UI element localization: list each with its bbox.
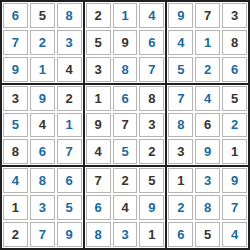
box-4: 392541867 [2, 85, 83, 166]
cell-r5c5[interactable]: 7 [113, 113, 138, 138]
cell-r3c6[interactable]: 7 [139, 57, 164, 82]
cell-r2c5[interactable]: 9 [113, 30, 138, 55]
cell-r5c8[interactable]: 6 [195, 113, 220, 138]
cell-r8c8[interactable]: 8 [195, 195, 220, 220]
cell-r8c3[interactable]: 5 [57, 195, 82, 220]
box-3: 973418526 [167, 2, 248, 83]
cell-r3c5[interactable]: 8 [113, 57, 138, 82]
cell-r9c7[interactable]: 6 [168, 222, 193, 247]
cell-r7c6[interactable]: 5 [139, 168, 164, 193]
cell-r4c3[interactable]: 2 [57, 86, 82, 111]
box-8: 725649831 [85, 167, 166, 248]
cell-r9c6[interactable]: 1 [139, 222, 164, 247]
cell-r9c2[interactable]: 7 [30, 222, 55, 247]
cell-r5c3[interactable]: 1 [57, 113, 82, 138]
cell-r6c7[interactable]: 3 [168, 139, 193, 164]
cell-r6c3[interactable]: 7 [57, 139, 82, 164]
cell-r3c3[interactable]: 4 [57, 57, 82, 82]
cell-r7c1[interactable]: 4 [3, 168, 28, 193]
cell-r5c6[interactable]: 3 [139, 113, 164, 138]
cell-r3c2[interactable]: 1 [30, 57, 55, 82]
cell-r4c1[interactable]: 3 [3, 86, 28, 111]
cell-r1c5[interactable]: 1 [113, 3, 138, 28]
cell-r4c8[interactable]: 4 [195, 86, 220, 111]
cell-r8c4[interactable]: 6 [86, 195, 111, 220]
cell-r2c4[interactable]: 5 [86, 30, 111, 55]
cell-r9c1[interactable]: 2 [3, 222, 28, 247]
box-6: 745862391 [167, 85, 248, 166]
cell-r7c7[interactable]: 1 [168, 168, 193, 193]
cell-r7c8[interactable]: 3 [195, 168, 220, 193]
cell-r1c4[interactable]: 2 [86, 3, 111, 28]
cell-r1c7[interactable]: 9 [168, 3, 193, 28]
cell-r2c7[interactable]: 4 [168, 30, 193, 55]
cell-r7c2[interactable]: 8 [30, 168, 55, 193]
cell-r1c9[interactable]: 3 [222, 3, 247, 28]
cell-r7c3[interactable]: 6 [57, 168, 82, 193]
cell-r2c6[interactable]: 6 [139, 30, 164, 55]
cell-r9c5[interactable]: 3 [113, 222, 138, 247]
cell-r9c4[interactable]: 8 [86, 222, 111, 247]
cell-r1c2[interactable]: 5 [30, 3, 55, 28]
cell-r1c6[interactable]: 4 [139, 3, 164, 28]
cell-r9c3[interactable]: 9 [57, 222, 82, 247]
cell-r6c1[interactable]: 8 [3, 139, 28, 164]
cell-r5c9[interactable]: 2 [222, 113, 247, 138]
cell-r8c5[interactable]: 4 [113, 195, 138, 220]
cell-r8c9[interactable]: 7 [222, 195, 247, 220]
cell-r8c2[interactable]: 3 [30, 195, 55, 220]
cell-r4c7[interactable]: 7 [168, 86, 193, 111]
cell-r4c6[interactable]: 8 [139, 86, 164, 111]
cell-r7c4[interactable]: 7 [86, 168, 111, 193]
cell-r1c3[interactable]: 8 [57, 3, 82, 28]
box-2: 214596387 [85, 2, 166, 83]
box-5: 168973452 [85, 85, 166, 166]
cell-r4c4[interactable]: 1 [86, 86, 111, 111]
cell-r8c6[interactable]: 9 [139, 195, 164, 220]
cell-r7c9[interactable]: 9 [222, 168, 247, 193]
cell-r2c1[interactable]: 7 [3, 30, 28, 55]
cell-r9c8[interactable]: 5 [195, 222, 220, 247]
cell-r3c9[interactable]: 6 [222, 57, 247, 82]
box-9: 139287654 [167, 167, 248, 248]
cell-r5c7[interactable]: 8 [168, 113, 193, 138]
cell-r3c4[interactable]: 3 [86, 57, 111, 82]
cell-r4c9[interactable]: 5 [222, 86, 247, 111]
cell-r7c5[interactable]: 2 [113, 168, 138, 193]
cell-r8c1[interactable]: 1 [3, 195, 28, 220]
cell-r2c3[interactable]: 3 [57, 30, 82, 55]
cell-r2c2[interactable]: 2 [30, 30, 55, 55]
cell-r5c1[interactable]: 5 [3, 113, 28, 138]
cell-r6c6[interactable]: 2 [139, 139, 164, 164]
cell-r6c2[interactable]: 6 [30, 139, 55, 164]
cell-r1c8[interactable]: 7 [195, 3, 220, 28]
cell-r5c2[interactable]: 4 [30, 113, 55, 138]
cell-r3c8[interactable]: 2 [195, 57, 220, 82]
cell-r2c8[interactable]: 1 [195, 30, 220, 55]
cell-r6c4[interactable]: 4 [86, 139, 111, 164]
cell-r9c9[interactable]: 4 [222, 222, 247, 247]
cell-r5c4[interactable]: 9 [86, 113, 111, 138]
box-7: 486135279 [2, 167, 83, 248]
cell-r3c1[interactable]: 9 [3, 57, 28, 82]
cell-r1c1[interactable]: 6 [3, 3, 28, 28]
cell-r6c8[interactable]: 9 [195, 139, 220, 164]
cell-r2c9[interactable]: 8 [222, 30, 247, 55]
cell-r6c9[interactable]: 1 [222, 139, 247, 164]
box-1: 658723914 [2, 2, 83, 83]
cell-r6c5[interactable]: 5 [113, 139, 138, 164]
cell-r4c2[interactable]: 9 [30, 86, 55, 111]
cell-r8c7[interactable]: 2 [168, 195, 193, 220]
sudoku-board: 6587239142145963879734185263925418671689… [0, 0, 250, 250]
cell-r3c7[interactable]: 5 [168, 57, 193, 82]
cell-r4c5[interactable]: 6 [113, 86, 138, 111]
